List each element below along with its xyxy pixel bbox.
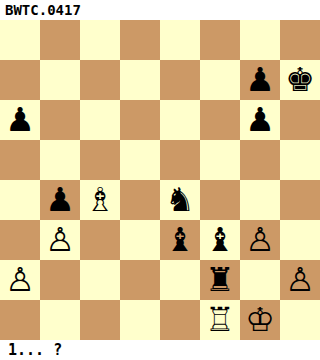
white-pawn-piece: ♙ <box>285 260 315 300</box>
white-pawn-piece: ♙ <box>5 260 35 300</box>
black-knight-piece: ♞ <box>165 180 195 220</box>
square-f8[interactable] <box>200 20 240 60</box>
square-a8[interactable] <box>0 20 40 60</box>
square-c2[interactable] <box>80 260 120 300</box>
square-e1[interactable] <box>160 300 200 340</box>
square-h5[interactable] <box>280 140 320 180</box>
square-b3[interactable]: ♙ <box>40 220 80 260</box>
square-h7[interactable]: ♚ <box>280 60 320 100</box>
square-h6[interactable] <box>280 100 320 140</box>
square-c8[interactable] <box>80 20 120 60</box>
square-e5[interactable] <box>160 140 200 180</box>
white-rook-piece: ♖ <box>205 300 235 340</box>
square-f2[interactable]: ♜ <box>200 260 240 300</box>
square-e2[interactable] <box>160 260 200 300</box>
square-g6[interactable]: ♟ <box>240 100 280 140</box>
square-g2[interactable] <box>240 260 280 300</box>
square-c3[interactable] <box>80 220 120 260</box>
square-g4[interactable] <box>240 180 280 220</box>
square-d2[interactable] <box>120 260 160 300</box>
square-f3[interactable]: ♝ <box>200 220 240 260</box>
square-a2[interactable]: ♙ <box>0 260 40 300</box>
square-h3[interactable] <box>280 220 320 260</box>
square-b5[interactable] <box>40 140 80 180</box>
square-b8[interactable] <box>40 20 80 60</box>
square-d4[interactable] <box>120 180 160 220</box>
square-h2[interactable]: ♙ <box>280 260 320 300</box>
square-e6[interactable] <box>160 100 200 140</box>
square-h8[interactable] <box>280 20 320 60</box>
square-f5[interactable] <box>200 140 240 180</box>
black-pawn-piece: ♟ <box>245 60 275 100</box>
square-c5[interactable] <box>80 140 120 180</box>
square-g1[interactable]: ♔ <box>240 300 280 340</box>
black-bishop-piece: ♝ <box>205 220 235 260</box>
black-pawn-piece: ♟ <box>5 100 35 140</box>
square-b6[interactable] <box>40 100 80 140</box>
square-c1[interactable] <box>80 300 120 340</box>
square-c6[interactable] <box>80 100 120 140</box>
diagram-title: BWTC.0417 <box>0 0 320 20</box>
square-a1[interactable] <box>0 300 40 340</box>
square-d8[interactable] <box>120 20 160 60</box>
square-b2[interactable] <box>40 260 80 300</box>
square-f4[interactable] <box>200 180 240 220</box>
square-b7[interactable] <box>40 60 80 100</box>
square-b4[interactable]: ♟ <box>40 180 80 220</box>
square-d7[interactable] <box>120 60 160 100</box>
white-bishop-piece: ♗ <box>85 180 115 220</box>
square-f1[interactable]: ♖ <box>200 300 240 340</box>
move-prompt: 1... ? <box>0 340 320 360</box>
square-e4[interactable]: ♞ <box>160 180 200 220</box>
square-e7[interactable] <box>160 60 200 100</box>
white-pawn-piece: ♙ <box>45 220 75 260</box>
black-king-piece: ♚ <box>285 60 315 100</box>
square-e8[interactable] <box>160 20 200 60</box>
white-pawn-piece: ♙ <box>245 220 275 260</box>
chess-board: ♟♚♟♟♟♗♞♙♝♝♙♙♜♙♖♔ <box>0 20 320 340</box>
white-king-piece: ♔ <box>245 300 275 340</box>
square-h1[interactable] <box>280 300 320 340</box>
square-d1[interactable] <box>120 300 160 340</box>
square-e3[interactable]: ♝ <box>160 220 200 260</box>
square-a4[interactable] <box>0 180 40 220</box>
square-g5[interactable] <box>240 140 280 180</box>
square-b1[interactable] <box>40 300 80 340</box>
square-d6[interactable] <box>120 100 160 140</box>
square-c4[interactable]: ♗ <box>80 180 120 220</box>
square-a3[interactable] <box>0 220 40 260</box>
square-g7[interactable]: ♟ <box>240 60 280 100</box>
square-f6[interactable] <box>200 100 240 140</box>
square-d3[interactable] <box>120 220 160 260</box>
square-c7[interactable] <box>80 60 120 100</box>
square-f7[interactable] <box>200 60 240 100</box>
square-a5[interactable] <box>0 140 40 180</box>
black-pawn-piece: ♟ <box>245 100 275 140</box>
black-rook-piece: ♜ <box>205 260 235 300</box>
black-bishop-piece: ♝ <box>165 220 195 260</box>
square-a7[interactable] <box>0 60 40 100</box>
square-h4[interactable] <box>280 180 320 220</box>
square-g8[interactable] <box>240 20 280 60</box>
black-pawn-piece: ♟ <box>45 180 75 220</box>
square-a6[interactable]: ♟ <box>0 100 40 140</box>
square-d5[interactable] <box>120 140 160 180</box>
square-g3[interactable]: ♙ <box>240 220 280 260</box>
